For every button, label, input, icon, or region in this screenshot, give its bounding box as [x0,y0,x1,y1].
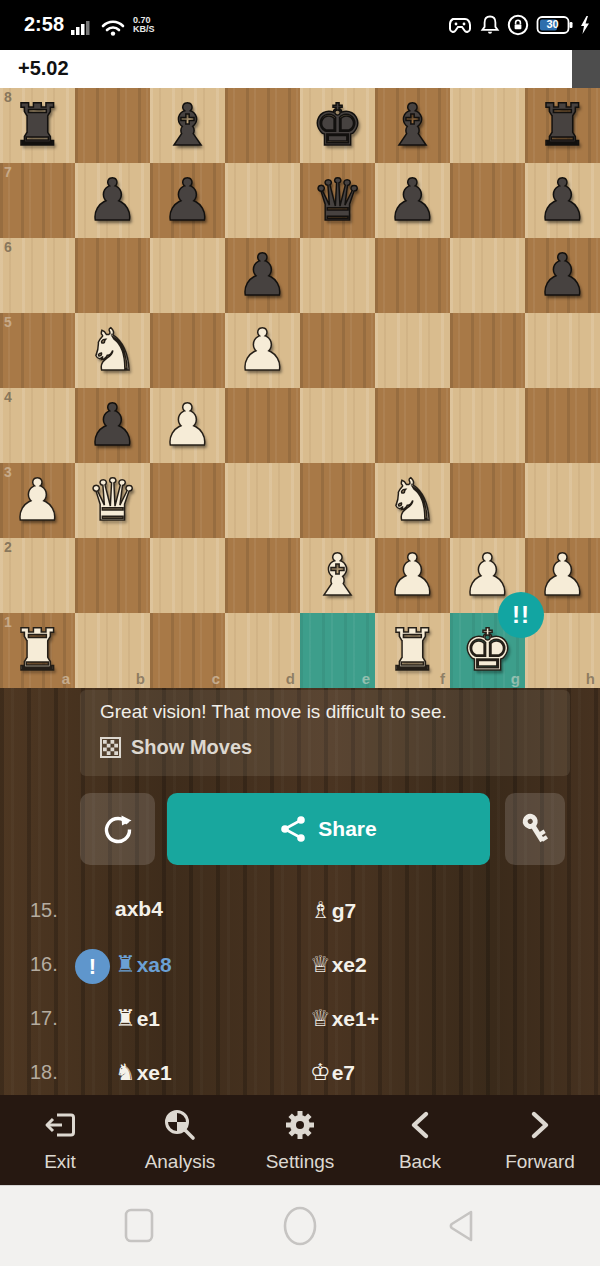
square-c1[interactable]: c [150,613,225,688]
piece-white-pawn: ♟ [375,538,450,613]
square-d8[interactable] [225,88,300,163]
square-a2[interactable]: 2 [0,538,75,613]
piece-white-knight: ♞ [75,313,150,388]
file-label-a: a [62,670,70,687]
square-g7[interactable] [450,163,525,238]
move-row: 18.♞xe1♔e7 [0,1047,600,1101]
square-b8[interactable] [75,88,150,163]
square-h3[interactable] [525,463,600,538]
retry-button[interactable] [80,793,155,865]
white-move-figurine: ♜ [115,951,136,977]
square-f6[interactable] [375,238,450,313]
white-move[interactable]: axb4 [115,897,163,921]
status-bar: 2:58 0.70 KB/S [0,0,600,50]
rotation-lock-icon [507,14,529,36]
analysis-button[interactable]: Analysis [120,1095,240,1185]
square-d6[interactable]: ♟ [225,238,300,313]
square-e4[interactable] [300,388,375,463]
square-c6[interactable] [150,238,225,313]
file-label-e: e [362,670,370,687]
square-f1[interactable]: f♜ [375,613,450,688]
evaluation-score: +5.02 [18,57,69,80]
black-move[interactable]: ♕xe1+ [310,1005,379,1031]
piece-black-rook: ♜ [525,88,600,163]
battery-icon: 30 [536,14,573,36]
move-row: 15.axb4♗g7 [0,885,600,939]
piece-white-pawn: ♟ [225,313,300,388]
square-c3[interactable] [150,463,225,538]
square-g8[interactable] [450,88,525,163]
square-c2[interactable] [150,538,225,613]
square-e1[interactable]: e [300,613,375,688]
home-circle-icon[interactable] [280,1204,320,1248]
chess-app-screen: 2:58 0.70 KB/S [0,0,600,1266]
charging-bolt-icon [580,16,590,34]
android-nav-bar [0,1185,600,1266]
square-h7[interactable]: ♟ [525,163,600,238]
square-g4[interactable] [450,388,525,463]
piece-black-pawn: ♟ [525,238,600,313]
white-move-figurine: ♞ [115,1059,136,1085]
analysis-magnifier-icon [163,1108,197,1142]
move-row: 17.♜e1♕xe1+ [0,993,600,1047]
white-move[interactable]: ♜xa8 [115,951,172,977]
square-b2[interactable] [75,538,150,613]
white-move[interactable]: ♜e1 [115,1005,160,1031]
feedback-panel: Great vision! That move is difficult to … [80,690,570,776]
square-g3[interactable] [450,463,525,538]
checkerboard-icon [100,737,121,758]
feedback-message: Great vision! That move is difficult to … [100,701,447,723]
share-icon [280,815,306,843]
white-move[interactable]: ♞xe1 [115,1059,172,1085]
recents-square-icon[interactable] [122,1207,156,1245]
evaluation-bar: +5.02 [0,50,600,88]
square-f3[interactable]: ♞ [375,463,450,538]
square-h6[interactable]: ♟ [525,238,600,313]
move-number: 15. [30,899,58,922]
white-move-figurine: ♜ [115,1005,136,1031]
square-c5[interactable] [150,313,225,388]
square-d3[interactable] [225,463,300,538]
square-g1[interactable]: g♚!! [450,613,525,688]
square-d2[interactable] [225,538,300,613]
key-icon [511,805,559,854]
wifi-icon [100,16,126,36]
analysis-label: Analysis [145,1151,216,1173]
black-move[interactable]: ♔e7 [310,1059,355,1085]
rank-label-8: 8 [4,89,12,105]
file-label-g: g [511,670,520,687]
piece-white-knight: ♞ [375,463,450,538]
settings-button[interactable]: Settings [240,1095,360,1185]
square-a4[interactable]: 4 [0,388,75,463]
refresh-icon [101,812,135,846]
square-d4[interactable] [225,388,300,463]
square-h8[interactable]: ♜ [525,88,600,163]
square-d5[interactable]: ♟ [225,313,300,388]
square-e7[interactable]: ♛ [300,163,375,238]
square-a1[interactable]: 1a♜ [0,613,75,688]
brilliant-move-badge: !! [498,592,544,638]
square-b6[interactable] [75,238,150,313]
square-g6[interactable] [450,238,525,313]
piece-black-pawn: ♟ [375,163,450,238]
square-h4[interactable] [525,388,600,463]
piece-black-pawn: ♟ [150,163,225,238]
move-number: 18. [30,1061,58,1084]
battery-percent: 30 [536,18,569,30]
move-number: 16. [30,953,58,976]
back-label: Back [399,1151,441,1173]
piece-black-pawn: ♟ [75,163,150,238]
square-e2[interactable]: ♝ [300,538,375,613]
file-label-d: d [286,670,295,687]
square-f2[interactable]: ♟ [375,538,450,613]
back-button[interactable]: Back [360,1095,480,1185]
square-c8[interactable]: ♝ [150,88,225,163]
notification-bell-icon [480,15,500,35]
piece-white-queen: ♛ [75,463,150,538]
signal-strength-icon [71,18,93,36]
exit-label: Exit [44,1151,76,1173]
share-label: Share [318,817,376,841]
square-e5[interactable] [300,313,375,388]
file-label-b: b [136,670,145,687]
square-f4[interactable] [375,388,450,463]
rank-label-4: 4 [4,389,12,405]
piece-white-rook: ♜ [375,613,450,688]
show-moves-label: Show Moves [131,736,252,759]
square-b3[interactable]: ♛ [75,463,150,538]
square-a3[interactable]: 3♟ [0,463,75,538]
square-h5[interactable] [525,313,600,388]
square-e6[interactable] [300,238,375,313]
piece-black-queen: ♛ [300,163,375,238]
piece-black-king: ♚ [300,88,375,163]
square-e3[interactable] [300,463,375,538]
piece-black-pawn: ♟ [525,163,600,238]
rank-label-7: 7 [4,164,12,180]
square-d7[interactable] [225,163,300,238]
back-triangle-icon[interactable] [444,1207,478,1245]
chess-board: 8♜♝♚♝♜7♟♟♛♟♟6♟♟5♞♟4♟♟3♟♛♞2♝♟♟♟1a♜bcdef♜g… [0,88,600,688]
rank-label-1: 1 [4,614,12,630]
chevron-right-icon [527,1108,553,1142]
black-move[interactable]: ♕xe2 [310,951,367,977]
square-f8[interactable]: ♝ [375,88,450,163]
show-moves-button[interactable]: Show Moves [100,736,252,759]
forward-label: Forward [505,1151,575,1173]
gamepad-icon [449,15,473,35]
square-a5[interactable]: 5 [0,313,75,388]
exit-button[interactable]: Exit [0,1095,120,1185]
move-list: 15.axb4♗g716.!♜xa8♕xe217.♜e1♕xe1+18.♞xe1… [0,885,600,1101]
piece-black-pawn: ♟ [225,238,300,313]
exit-icon [42,1108,78,1142]
black-move-figurine: ♗ [310,897,331,923]
chevron-left-icon [407,1108,433,1142]
piece-white-pawn: ♟ [150,388,225,463]
square-f5[interactable] [375,313,450,388]
square-f7[interactable]: ♟ [375,163,450,238]
square-e8[interactable]: ♚ [300,88,375,163]
black-move-figurine: ♕ [310,951,331,977]
piece-black-bishop: ♝ [375,88,450,163]
piece-white-bishop: ♝ [300,538,375,613]
piece-black-bishop: ♝ [150,88,225,163]
square-b5[interactable]: ♞ [75,313,150,388]
rank-label-6: 6 [4,239,12,255]
file-label-h: h [586,670,595,687]
rank-label-5: 5 [4,314,12,330]
rank-label-3: 3 [4,464,12,480]
eval-bar-black-segment [572,50,600,88]
network-speed: 0.70 KB/S [133,16,155,36]
share-button[interactable]: Share [167,793,490,865]
square-a6[interactable]: 6 [0,238,75,313]
forward-button[interactable]: Forward [480,1095,600,1185]
square-a7[interactable]: 7 [0,163,75,238]
move-row: 16.!♜xa8♕xe2 [0,939,600,993]
rank-label-2: 2 [4,539,12,555]
file-label-c: c [212,670,220,687]
good-move-badge: ! [75,949,110,984]
square-b4[interactable]: ♟ [75,388,150,463]
bottom-nav-bar: Exit Analysis [0,1095,600,1185]
file-label-f: f [440,670,445,687]
square-a8[interactable]: 8♜ [0,88,75,163]
square-b1[interactable]: b [75,613,150,688]
square-g5[interactable] [450,313,525,388]
key-button[interactable] [505,793,565,865]
settings-label: Settings [266,1151,335,1173]
clock-time: 2:58 [24,14,64,36]
square-b7[interactable]: ♟ [75,163,150,238]
square-c7[interactable]: ♟ [150,163,225,238]
piece-black-pawn: ♟ [75,388,150,463]
black-move-figurine: ♕ [310,1005,331,1031]
square-c4[interactable]: ♟ [150,388,225,463]
black-move-figurine: ♔ [310,1059,331,1085]
square-d1[interactable]: d [225,613,300,688]
gear-icon [283,1108,317,1142]
black-move[interactable]: ♗g7 [310,897,356,923]
move-number: 17. [30,1007,58,1030]
